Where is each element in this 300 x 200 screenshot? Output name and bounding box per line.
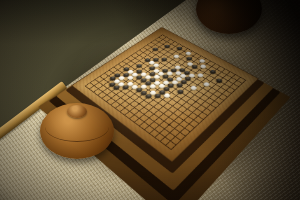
hoshi-point: [194, 100, 197, 102]
stone-white: [149, 83, 157, 89]
stone-black: [135, 87, 144, 93]
stone-black: [215, 78, 223, 84]
stone-black: [144, 93, 153, 99]
stone-white: [140, 84, 148, 90]
stone-black: [112, 85, 120, 91]
stone-black: [162, 86, 170, 92]
stone-black: [121, 84, 129, 90]
goban: [100, 16, 233, 149]
stone-black: [167, 83, 175, 89]
hoshi-point: [138, 102, 141, 104]
hoshi-point: [111, 84, 114, 86]
stone-white: [117, 81, 125, 87]
hoshi-point: [168, 123, 171, 126]
stone-black: [176, 89, 185, 95]
stone-black: [153, 93, 162, 99]
stone-white: [130, 84, 138, 90]
stone-white: [163, 92, 172, 98]
stone-black: [176, 82, 184, 88]
bowl-lid-rim: [45, 112, 109, 142]
photo-scene: [0, 0, 300, 200]
stone-black: [158, 89, 167, 95]
go-stone-bowl-wooden: [40, 103, 114, 159]
stone-white: [158, 83, 166, 89]
stone-black: [108, 82, 116, 88]
stone-white: [189, 85, 197, 91]
stone-black: [140, 90, 149, 96]
stone-white: [149, 90, 158, 96]
stone-white: [202, 81, 210, 87]
